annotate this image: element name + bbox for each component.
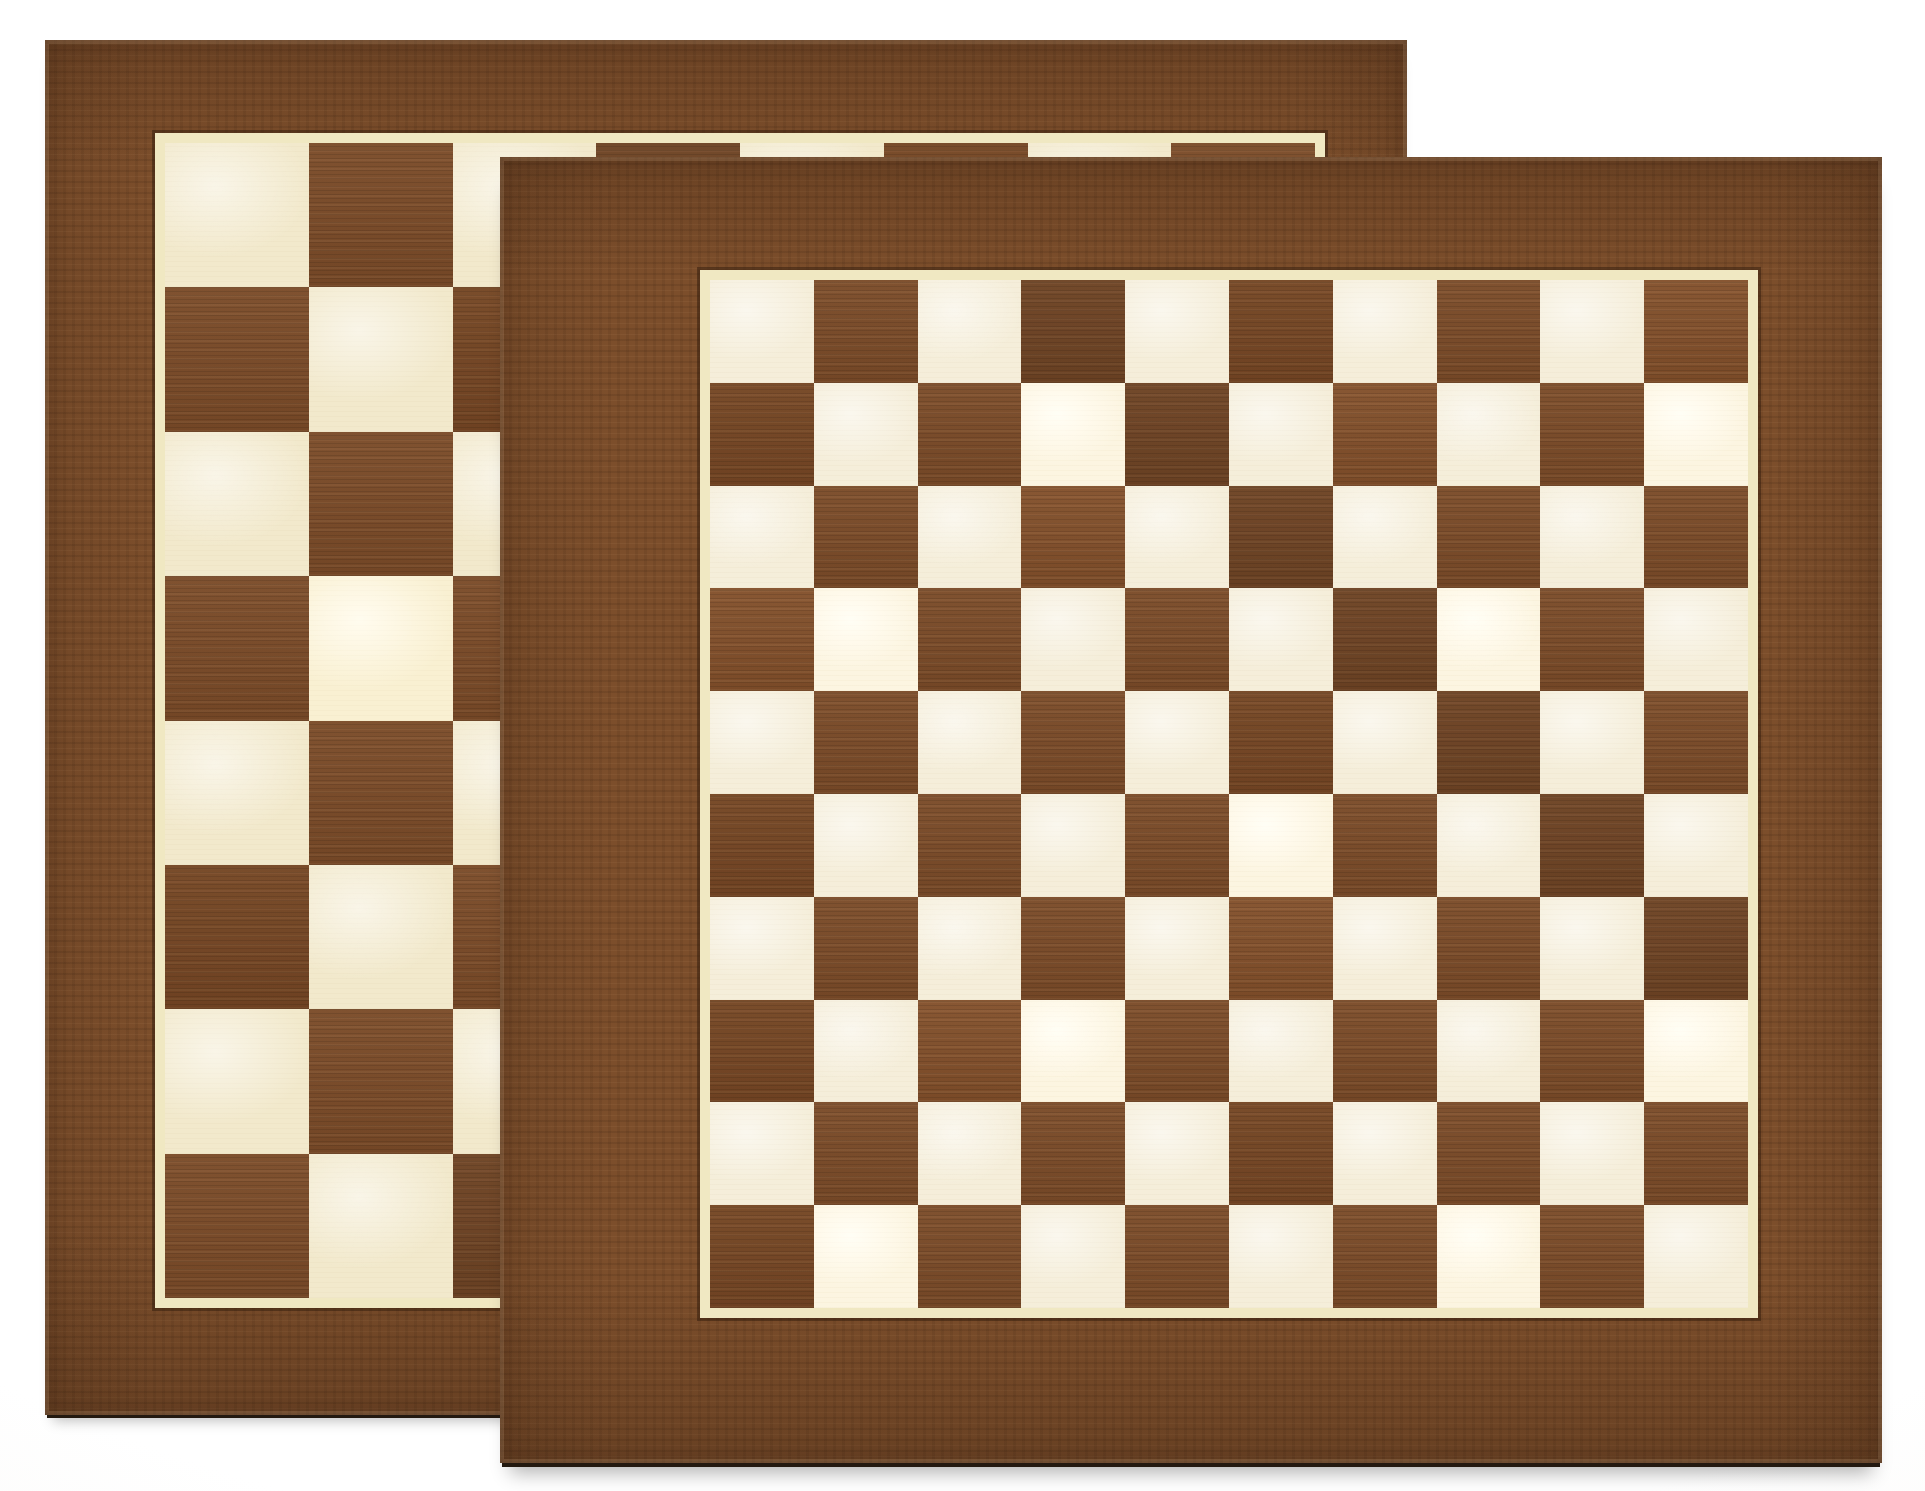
draughts-board-playing-field xyxy=(700,270,1758,1318)
draughts-board-square-a9 xyxy=(710,383,814,486)
draughts-board-square-e2 xyxy=(1125,1102,1229,1205)
draughts-board-square-i5 xyxy=(1540,794,1644,897)
draughts-board-square-i4 xyxy=(1540,897,1644,1000)
draughts-board-square-j3 xyxy=(1644,1000,1748,1103)
draughts-board-square-b2 xyxy=(814,1102,918,1205)
draughts-board-square-b7 xyxy=(814,588,918,691)
draughts-board-square-f9 xyxy=(1229,383,1333,486)
draughts-board-square-c7 xyxy=(918,588,1022,691)
draughts-board-square-e4 xyxy=(1125,897,1229,1000)
draughts-board-square-h6 xyxy=(1437,691,1541,794)
draughts-board-square-j6 xyxy=(1644,691,1748,794)
draughts-board-square-g10 xyxy=(1333,280,1437,383)
chessboard-square-b2 xyxy=(309,1009,453,1153)
draughts-board-square-b4 xyxy=(814,897,918,1000)
draughts-board-square-e7 xyxy=(1125,588,1229,691)
draughts-board-square-b3 xyxy=(814,1000,918,1103)
draughts-board-square-i6 xyxy=(1540,691,1644,794)
draughts-board-square-j1 xyxy=(1644,1205,1748,1308)
draughts-board-square-c5 xyxy=(918,794,1022,897)
draughts-board-square-i10 xyxy=(1540,280,1644,383)
draughts-board-square-g9 xyxy=(1333,383,1437,486)
draughts-board-square-a6 xyxy=(710,691,814,794)
draughts-board-square-f4 xyxy=(1229,897,1333,1000)
chessboard-square-a6 xyxy=(165,432,309,576)
draughts-board-square-g4 xyxy=(1333,897,1437,1000)
draughts-board-square-f2 xyxy=(1229,1102,1333,1205)
draughts-board-square-b8 xyxy=(814,486,918,589)
draughts-board-square-g3 xyxy=(1333,1000,1437,1103)
chessboard-square-b5 xyxy=(309,576,453,720)
draughts-board-square-g2 xyxy=(1333,1102,1437,1205)
draughts-board-square-g1 xyxy=(1333,1205,1437,1308)
draughts-board-square-e8 xyxy=(1125,486,1229,589)
chessboard-square-b6 xyxy=(309,432,453,576)
chessboard-square-b3 xyxy=(309,865,453,1009)
draughts-board-square-h3 xyxy=(1437,1000,1541,1103)
draughts-board-square-d8 xyxy=(1021,486,1125,589)
draughts-board-square-b10 xyxy=(814,280,918,383)
draughts-board-square-c8 xyxy=(918,486,1022,589)
draughts-board-square-c4 xyxy=(918,897,1022,1000)
draughts-board-square-a8 xyxy=(710,486,814,589)
two-wooden-boards-photo xyxy=(0,0,1925,1491)
draughts-board-square-e9 xyxy=(1125,383,1229,486)
chessboard-square-a1 xyxy=(165,1154,309,1298)
draughts-board-square-g6 xyxy=(1333,691,1437,794)
chessboard-square-a8 xyxy=(165,143,309,287)
draughts-board-square-h8 xyxy=(1437,486,1541,589)
draughts-board-square-h9 xyxy=(1437,383,1541,486)
draughts-board-square-g7 xyxy=(1333,588,1437,691)
draughts-board-square-a4 xyxy=(710,897,814,1000)
draughts-board-square-i9 xyxy=(1540,383,1644,486)
draughts-board-square-b5 xyxy=(814,794,918,897)
draughts-board-square-e10 xyxy=(1125,280,1229,383)
draughts-board-square-d9 xyxy=(1021,383,1125,486)
chessboard-square-a3 xyxy=(165,865,309,1009)
draughts-board-square-j2 xyxy=(1644,1102,1748,1205)
chessboard-square-b8 xyxy=(309,143,453,287)
draughts-board-square-c6 xyxy=(918,691,1022,794)
draughts-board-square-d5 xyxy=(1021,794,1125,897)
draughts-board-square-d6 xyxy=(1021,691,1125,794)
draughts-board-square-h7 xyxy=(1437,588,1541,691)
draughts-board-square-d1 xyxy=(1021,1205,1125,1308)
draughts-board-square-c3 xyxy=(918,1000,1022,1103)
draughts-board-square-c2 xyxy=(918,1102,1022,1205)
draughts-board-square-j8 xyxy=(1644,486,1748,589)
draughts-board-square-c9 xyxy=(918,383,1022,486)
draughts-board-square-j10 xyxy=(1644,280,1748,383)
chessboard-square-a4 xyxy=(165,721,309,865)
chessboard-square-b4 xyxy=(309,721,453,865)
draughts-board-square-d2 xyxy=(1021,1102,1125,1205)
draughts-board-square-i7 xyxy=(1540,588,1644,691)
draughts-board-square-b9 xyxy=(814,383,918,486)
draughts-board-square-d10 xyxy=(1021,280,1125,383)
draughts-board-square-d7 xyxy=(1021,588,1125,691)
draughts-board-square-j7 xyxy=(1644,588,1748,691)
draughts-board-square-a3 xyxy=(710,1000,814,1103)
chessboard-square-a2 xyxy=(165,1009,309,1153)
draughts-board-square-a2 xyxy=(710,1102,814,1205)
draughts-board-square-f7 xyxy=(1229,588,1333,691)
draughts-board-square-a5 xyxy=(710,794,814,897)
draughts-board-square-e6 xyxy=(1125,691,1229,794)
draughts-board-square-a10 xyxy=(710,280,814,383)
chessboard-square-b7 xyxy=(309,287,453,431)
draughts-board-square-c10 xyxy=(918,280,1022,383)
draughts-board-square-i8 xyxy=(1540,486,1644,589)
draughts-board-square-f3 xyxy=(1229,1000,1333,1103)
draughts-board-square-i2 xyxy=(1540,1102,1644,1205)
draughts-board-square-i3 xyxy=(1540,1000,1644,1103)
draughts-board-square-h5 xyxy=(1437,794,1541,897)
draughts-board-square-i1 xyxy=(1540,1205,1644,1308)
draughts-board-square-f5 xyxy=(1229,794,1333,897)
draughts-board-square-d4 xyxy=(1021,897,1125,1000)
draughts-board-square-f1 xyxy=(1229,1205,1333,1308)
draughts-board-square-e5 xyxy=(1125,794,1229,897)
draughts-board-square-g5 xyxy=(1333,794,1437,897)
draughts-board-square-e1 xyxy=(1125,1205,1229,1308)
chessboard-square-a5 xyxy=(165,576,309,720)
draughts-board-10x10 xyxy=(500,157,1882,1463)
draughts-board-square-h1 xyxy=(1437,1205,1541,1308)
draughts-board-square-j5 xyxy=(1644,794,1748,897)
draughts-board-square-f8 xyxy=(1229,486,1333,589)
draughts-board-square-a7 xyxy=(710,588,814,691)
chessboard-square-b1 xyxy=(309,1154,453,1298)
draughts-board-square-a1 xyxy=(710,1205,814,1308)
draughts-board-square-g8 xyxy=(1333,486,1437,589)
draughts-board-square-j4 xyxy=(1644,897,1748,1000)
draughts-board-square-c1 xyxy=(918,1205,1022,1308)
draughts-board-square-f6 xyxy=(1229,691,1333,794)
draughts-board-square-f10 xyxy=(1229,280,1333,383)
chessboard-square-a7 xyxy=(165,287,309,431)
draughts-board-square-j9 xyxy=(1644,383,1748,486)
draughts-board-square-e3 xyxy=(1125,1000,1229,1103)
draughts-board-square-b1 xyxy=(814,1205,918,1308)
draughts-board-square-d3 xyxy=(1021,1000,1125,1103)
draughts-board-square-h2 xyxy=(1437,1102,1541,1205)
draughts-board-square-b6 xyxy=(814,691,918,794)
draughts-board-square-h10 xyxy=(1437,280,1541,383)
draughts-board-square-h4 xyxy=(1437,897,1541,1000)
